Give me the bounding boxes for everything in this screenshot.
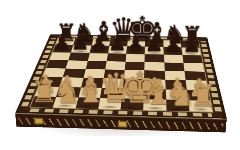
square-a2: ♟: [35, 86, 60, 97]
square-c5: [85, 61, 106, 70]
piece-shadow: [129, 51, 143, 54]
black-pawn: ♟: [182, 34, 201, 55]
frame-inlay-left: [21, 38, 56, 106]
square-d2: ♟: [100, 88, 123, 99]
square-e2: ♟: [122, 88, 144, 99]
piece-shadow: [110, 51, 124, 54]
white-king: ♚: [121, 66, 144, 109]
square-e4: [124, 70, 145, 79]
white-rook: ♜: [189, 81, 212, 112]
square-h5: [183, 63, 204, 72]
square-h6: [182, 55, 202, 63]
square-g3: [165, 80, 187, 90]
square-e6: [126, 54, 145, 62]
black-rook: ♜: [181, 23, 199, 47]
piece-shadow: [33, 103, 51, 107]
square-f2: ♟: [144, 89, 166, 100]
square-a5: [46, 60, 68, 69]
piece-shadow: [38, 93, 55, 97]
square-b4: [63, 69, 85, 78]
square-e1: ♚: [121, 99, 144, 111]
square-c7: ♟: [89, 46, 109, 54]
black-king: ♚: [127, 12, 145, 46]
square-f6: [145, 54, 164, 62]
square-a8: ♜: [56, 38, 76, 45]
black-pawn: ♟: [89, 32, 107, 53]
square-d6: [106, 53, 126, 61]
piece-shadow: [56, 104, 74, 108]
square-b5: [66, 60, 88, 69]
piece-shadow: [93, 43, 107, 45]
black-pawn: ♟: [108, 33, 127, 54]
piece-shadow: [147, 44, 161, 46]
square-h8: ♜: [180, 41, 199, 48]
piece-shadow: [165, 45, 179, 47]
square-f1: ♝: [143, 99, 166, 111]
chess-board: ♜♞♝♛♚♝♞♜♟♟♟♟♟♟♟♟♟♟♟♟♟♟♟♟♜♞♝♛♚♝♞♜: [15, 34, 227, 119]
frame-inlay-top: [59, 35, 197, 40]
square-g5: [164, 62, 184, 71]
square-f3: [144, 79, 165, 89]
square-c8: ♝: [91, 39, 110, 46]
piece-shadow: [59, 93, 76, 97]
piece-shadow: [147, 52, 161, 55]
square-c6: [87, 53, 107, 61]
square-c1: ♝: [75, 97, 100, 108]
piece-shadow: [146, 106, 163, 110]
square-f4: [144, 70, 165, 79]
square-d8: ♛: [109, 39, 128, 46]
black-knight: ♞: [73, 20, 91, 45]
piece-shadow: [81, 94, 98, 98]
white-bishop: ♝: [75, 74, 98, 108]
white-pawn: ♟: [57, 72, 79, 96]
scene: ♜♞♝♛♚♝♞♜♟♟♟♟♟♟♟♟♟♟♟♟♟♟♟♟♜♞♝♛♚♝♞♜: [0, 0, 240, 150]
white-knight: ♞: [166, 78, 189, 110]
square-f8: ♝: [145, 40, 163, 47]
square-e8: ♚: [127, 39, 145, 46]
piece-shadow: [55, 50, 70, 53]
square-d4: [103, 69, 124, 78]
square-f7: ♟: [145, 47, 164, 55]
square-e7: ♟: [126, 46, 145, 54]
square-g1: ♞: [166, 100, 189, 112]
square-a1: ♜: [30, 96, 56, 107]
zigzag-inlay-front: [18, 118, 223, 130]
square-h4: [184, 71, 206, 80]
black-pawn: ♟: [53, 31, 71, 52]
piece-shadow: [124, 95, 141, 99]
white-queen: ♛: [98, 69, 121, 109]
square-h2: ♟: [187, 90, 210, 101]
square-h7: ♟: [181, 48, 201, 56]
piece-shadow: [76, 43, 90, 45]
black-pawn: ♟: [145, 33, 164, 54]
white-bishop: ♝: [143, 76, 166, 110]
square-c2: ♟: [78, 87, 102, 98]
square-b6: [68, 53, 89, 61]
square-e5: [125, 62, 145, 71]
square-b7: ♟: [71, 45, 91, 53]
piece-shadow: [103, 94, 120, 98]
square-a4: [43, 68, 66, 77]
black-knight: ♞: [163, 21, 181, 47]
square-d3: [102, 78, 124, 88]
square-h3: [185, 80, 208, 90]
square-b3: [60, 77, 83, 87]
brass-clasp-left: [34, 118, 43, 124]
piece-shadow: [123, 106, 140, 110]
piece-shadow: [129, 44, 143, 46]
square-b8: ♞: [73, 38, 93, 45]
piece-shadow: [146, 96, 163, 100]
white-pawn: ♟: [35, 72, 57, 96]
square-g8: ♞: [163, 40, 181, 47]
white-pawn: ♟: [122, 74, 144, 99]
frame-inlay-right: [200, 41, 222, 111]
black-queen: ♛: [109, 14, 127, 46]
black-pawn: ♟: [126, 33, 145, 54]
square-d5: [105, 61, 126, 70]
white-pawn: ♟: [188, 75, 210, 100]
white-pawn: ♟: [166, 75, 188, 100]
square-e3: [123, 79, 144, 89]
black-pawn: ♟: [71, 32, 89, 53]
square-d7: ♟: [108, 46, 127, 54]
chess-set-photo: ♜♞♝♛♚♝♞♜♟♟♟♟♟♟♟♟♟♟♟♟♟♟♟♟♜♞♝♛♚♝♞♜: [0, 0, 240, 150]
square-d1: ♛: [98, 98, 122, 110]
piece-shadow: [92, 50, 106, 53]
white-knight: ♞: [53, 75, 76, 107]
square-c3: [81, 78, 104, 88]
piece-shadow: [191, 107, 209, 111]
square-g2: ♟: [165, 89, 188, 100]
black-pawn: ♟: [164, 34, 183, 55]
board-squares: ♜♞♝♛♚♝♞♜♟♟♟♟♟♟♟♟♟♟♟♟♟♟♟♟♜♞♝♛♚♝♞♜: [30, 38, 212, 112]
piece-shadow: [184, 52, 199, 55]
piece-shadow: [111, 44, 125, 46]
square-f5: [145, 62, 165, 71]
square-a7: ♟: [53, 45, 74, 53]
piece-shadow: [101, 105, 119, 109]
piece-shadow: [168, 96, 185, 100]
brass-clasp-center: [118, 121, 127, 127]
white-rook: ♜: [31, 77, 54, 107]
black-bishop: ♝: [145, 20, 163, 47]
piece-shadow: [78, 105, 96, 109]
black-rook: ♜: [56, 21, 74, 45]
piece-shadow: [58, 43, 72, 45]
piece-shadow: [166, 52, 180, 55]
piece-shadow: [73, 50, 88, 53]
square-g4: [164, 71, 185, 80]
square-a6: [50, 52, 71, 60]
piece-shadow: [190, 97, 207, 101]
square-h1: ♜: [188, 100, 212, 112]
white-pawn: ♟: [144, 74, 166, 99]
square-g6: [164, 55, 184, 63]
square-b2: ♟: [56, 87, 80, 98]
zigzag-inlay-right: [207, 41, 226, 128]
piece-shadow: [183, 45, 197, 47]
piece-shadow: [169, 107, 187, 111]
square-a3: [39, 77, 63, 87]
white-pawn: ♟: [100, 73, 122, 97]
white-pawn: ♟: [78, 73, 100, 97]
square-b1: ♞: [53, 97, 78, 108]
square-g7: ♟: [163, 47, 182, 55]
square-c4: [83, 69, 105, 78]
black-bishop: ♝: [91, 19, 109, 46]
